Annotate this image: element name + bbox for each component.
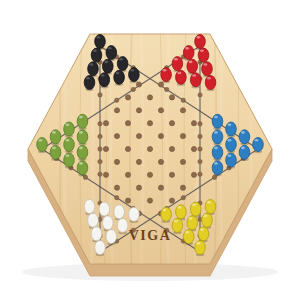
board-hole[interactable] xyxy=(158,134,163,139)
board-hole[interactable] xyxy=(169,95,174,100)
peg-highlight xyxy=(90,63,94,66)
peg-white[interactable] xyxy=(129,207,140,223)
board-hole[interactable] xyxy=(169,146,174,151)
peg-highlight xyxy=(119,58,123,61)
peg-green[interactable] xyxy=(37,138,48,154)
peg-blue[interactable] xyxy=(226,153,237,169)
peg-highlight xyxy=(255,139,259,142)
peg-highlight xyxy=(207,201,211,204)
board-hole[interactable] xyxy=(136,159,141,164)
peg-black[interactable] xyxy=(114,70,125,86)
peg-highlight xyxy=(228,123,232,126)
board-hole[interactable] xyxy=(125,95,130,100)
peg-highlight xyxy=(116,72,120,75)
board-hole[interactable] xyxy=(158,108,163,113)
peg-green[interactable] xyxy=(77,161,88,177)
peg-highlight xyxy=(101,204,105,207)
peg-highlight xyxy=(185,231,189,234)
peg-highlight xyxy=(52,131,56,134)
peg-highlight xyxy=(189,217,193,220)
board-hole[interactable] xyxy=(136,134,141,139)
board-hole[interactable] xyxy=(125,198,130,203)
peg-blue[interactable] xyxy=(212,145,223,161)
board-hole[interactable] xyxy=(136,82,141,87)
peg-highlight xyxy=(97,36,101,39)
peg-highlight xyxy=(66,154,70,157)
peg-highlight xyxy=(93,228,97,231)
board-hole[interactable] xyxy=(180,134,185,139)
board-hole[interactable] xyxy=(198,172,202,176)
board-hole[interactable] xyxy=(169,198,174,203)
peg-highlight xyxy=(86,201,90,204)
peg-highlight xyxy=(79,147,83,150)
board-hole[interactable] xyxy=(136,185,141,190)
board-hole[interactable] xyxy=(198,122,202,126)
peg-blue[interactable] xyxy=(239,145,250,161)
peg-highlight xyxy=(108,47,112,50)
board-photo: VIGA xyxy=(0,0,300,300)
board-hole[interactable] xyxy=(198,134,202,138)
viga-logo: VIGA xyxy=(129,228,172,243)
peg-highlight xyxy=(192,204,196,207)
peg-green[interactable] xyxy=(50,130,61,146)
peg-highlight xyxy=(130,69,134,72)
peg-white[interactable] xyxy=(95,241,106,257)
board-hole[interactable] xyxy=(114,108,119,113)
peg-highlight xyxy=(197,36,201,39)
peg-green[interactable] xyxy=(64,153,75,169)
peg-highlight xyxy=(177,72,181,75)
board-hole[interactable] xyxy=(115,98,119,102)
board-hole[interactable] xyxy=(191,172,196,177)
board-hole[interactable] xyxy=(191,146,196,151)
peg-green[interactable] xyxy=(77,145,88,161)
peg-highlight xyxy=(97,242,101,245)
board-hole[interactable] xyxy=(98,93,102,97)
peg-highlight xyxy=(214,162,218,165)
peg-highlight xyxy=(79,116,83,119)
peg-highlight xyxy=(116,206,120,209)
board-hole[interactable] xyxy=(125,172,130,177)
peg-blue[interactable] xyxy=(212,161,223,177)
peg-highlight xyxy=(207,77,211,80)
board-hole[interactable] xyxy=(165,87,169,91)
peg-highlight xyxy=(174,220,178,223)
peg-highlight xyxy=(204,215,208,218)
peg-green[interactable] xyxy=(77,130,88,146)
board-hole[interactable] xyxy=(147,172,152,177)
peg-black[interactable] xyxy=(84,76,95,92)
peg-yellow[interactable] xyxy=(172,218,183,234)
peg-white[interactable] xyxy=(117,218,128,234)
board-hole[interactable] xyxy=(136,108,141,113)
peg-highlight xyxy=(228,139,232,142)
chinese-checkers-board: VIGA xyxy=(0,0,300,300)
peg-highlight xyxy=(214,147,218,150)
board-hole[interactable] xyxy=(114,159,119,164)
peg-red[interactable] xyxy=(205,76,216,92)
peg-highlight xyxy=(93,50,97,53)
board-hole[interactable] xyxy=(169,121,174,126)
board-hole[interactable] xyxy=(115,196,119,200)
peg-highlight xyxy=(189,61,193,64)
board-hole[interactable] xyxy=(103,172,108,177)
peg-red[interactable] xyxy=(176,70,187,86)
peg-highlight xyxy=(130,209,134,212)
board-hole[interactable] xyxy=(198,147,202,151)
peg-highlight xyxy=(200,228,204,231)
peg-highlight xyxy=(241,131,245,134)
peg-blue[interactable] xyxy=(253,138,264,154)
peg-highlight xyxy=(185,47,189,50)
peg-highlight xyxy=(104,61,108,64)
board-hole[interactable] xyxy=(114,185,119,190)
peg-highlight xyxy=(192,74,196,77)
board-hole[interactable] xyxy=(158,185,163,190)
peg-highlight xyxy=(104,217,108,220)
peg-highlight xyxy=(241,147,245,150)
peg-highlight xyxy=(204,63,208,66)
peg-white[interactable] xyxy=(106,230,117,246)
board-hole[interactable] xyxy=(147,95,152,100)
board-hole[interactable] xyxy=(181,196,185,200)
board-hole[interactable] xyxy=(125,146,130,151)
peg-green[interactable] xyxy=(64,122,75,138)
peg-highlight xyxy=(119,220,123,223)
peg-highlight xyxy=(163,69,167,72)
peg-black[interactable] xyxy=(129,68,140,84)
peg-highlight xyxy=(39,139,43,142)
peg-highlight xyxy=(79,131,83,134)
board-hole[interactable] xyxy=(103,146,108,151)
peg-highlight xyxy=(66,123,70,126)
board-hole[interactable] xyxy=(98,159,102,163)
peg-highlight xyxy=(174,58,178,61)
peg-highlight xyxy=(52,147,56,150)
board-hole[interactable] xyxy=(98,147,102,151)
board-hole[interactable] xyxy=(98,134,102,138)
peg-black[interactable] xyxy=(99,73,110,89)
peg-highlight xyxy=(90,215,94,218)
peg-green[interactable] xyxy=(50,145,61,161)
board-hole[interactable] xyxy=(158,82,163,87)
board-hole[interactable] xyxy=(147,121,152,126)
peg-highlight xyxy=(228,154,232,157)
board-hole[interactable] xyxy=(191,121,196,126)
peg-yellow[interactable] xyxy=(195,241,206,257)
peg-highlight xyxy=(66,139,70,142)
board-hole[interactable] xyxy=(98,172,102,176)
peg-highlight xyxy=(177,206,181,209)
board-hole[interactable] xyxy=(180,108,185,113)
peg-highlight xyxy=(163,209,167,212)
peg-highlight xyxy=(101,74,105,77)
peg-yellow[interactable] xyxy=(183,230,194,246)
peg-blue[interactable] xyxy=(239,130,250,146)
peg-highlight xyxy=(214,116,218,119)
peg-highlight xyxy=(197,242,201,245)
peg-blue[interactable] xyxy=(226,138,237,154)
peg-red[interactable] xyxy=(190,73,201,89)
board-hole[interactable] xyxy=(169,172,174,177)
board-hole[interactable] xyxy=(125,121,130,126)
peg-blue[interactable] xyxy=(226,122,237,138)
board-hole[interactable] xyxy=(114,134,119,139)
peg-highlight xyxy=(214,131,218,134)
peg-yellow[interactable] xyxy=(161,207,172,223)
board-hole[interactable] xyxy=(147,146,152,151)
peg-highlight xyxy=(86,77,90,80)
peg-red[interactable] xyxy=(161,68,172,84)
peg-green[interactable] xyxy=(77,114,88,130)
board-hole[interactable] xyxy=(198,93,202,97)
peg-highlight xyxy=(200,50,204,53)
board-hole[interactable] xyxy=(181,98,185,102)
board-hole[interactable] xyxy=(198,159,202,163)
board-hole[interactable] xyxy=(131,87,135,91)
board-hole[interactable] xyxy=(98,122,102,126)
board-hole[interactable] xyxy=(180,159,185,164)
board-hole[interactable] xyxy=(103,121,108,126)
peg-highlight xyxy=(108,231,112,234)
peg-blue[interactable] xyxy=(212,114,223,130)
peg-green[interactable] xyxy=(64,138,75,154)
board-hole[interactable] xyxy=(147,198,152,203)
peg-blue[interactable] xyxy=(212,130,223,146)
peg-highlight xyxy=(79,162,83,165)
board-hole[interactable] xyxy=(158,159,163,164)
board-hole[interactable] xyxy=(180,185,185,190)
